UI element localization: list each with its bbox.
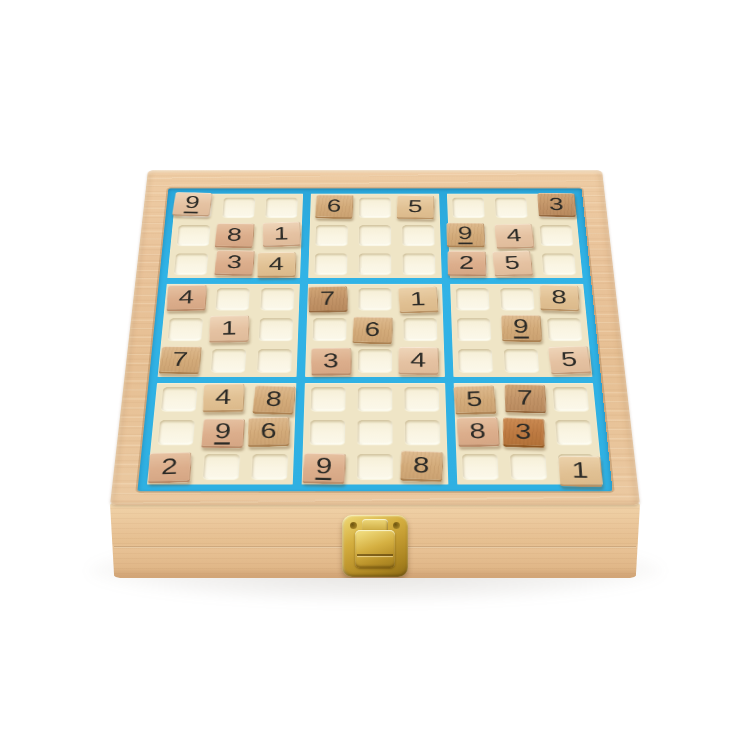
board-cell-r5c1[interactable]	[161, 314, 209, 345]
number-tile[interactable]: 1	[209, 315, 249, 343]
tile-number: 1	[572, 459, 590, 482]
board-cell-r3c1[interactable]	[167, 249, 214, 278]
number-tile[interactable]: 5	[453, 385, 497, 415]
brass-latch[interactable]	[342, 515, 408, 577]
product-photo: 98134653942541771634895489629857831	[0, 0, 750, 750]
tile-number: 8	[469, 420, 487, 442]
board-cell-r8c6[interactable]	[399, 416, 447, 450]
cell-recess	[176, 225, 210, 245]
tile-number: 2	[160, 456, 178, 479]
board-cell-r2c2[interactable]: 8	[214, 221, 259, 249]
board-cell-r9c4[interactable]: 9	[302, 450, 351, 485]
board-cell-r4c7[interactable]	[450, 284, 496, 314]
cell-recess	[358, 288, 391, 310]
cell-recess	[313, 318, 347, 340]
board-cell-r6c2[interactable]	[204, 345, 252, 377]
board-cell-r9c6[interactable]: 8	[399, 450, 448, 485]
cell-recess	[359, 225, 391, 245]
number-tile[interactable]: 3	[214, 250, 255, 276]
cell-recess	[167, 318, 202, 340]
board-cell-r1c9[interactable]: 3	[532, 194, 577, 221]
tile-number: 6	[364, 319, 380, 339]
board-box-3-2: 98	[302, 383, 448, 485]
tile-number: 9	[458, 224, 473, 244]
board-cell-r1c7[interactable]	[447, 194, 491, 221]
cell-recess	[315, 253, 348, 274]
board-cell-r3c7[interactable]: 2	[449, 249, 494, 278]
tile-number: 4	[268, 254, 283, 273]
board-cell-r2c1[interactable]	[170, 221, 216, 249]
cell-recess	[161, 387, 197, 411]
tile-number: 7	[517, 387, 534, 408]
tile-number: 1	[410, 289, 427, 308]
box-lid-top: 98134653942541771634895489629857831	[110, 170, 640, 505]
board-box-2-3: 895	[450, 284, 593, 377]
tile-number: 6	[260, 420, 276, 442]
board-cell-r2c4[interactable]	[309, 221, 353, 249]
cell-recess	[504, 349, 539, 372]
board-cell-r8c1[interactable]	[150, 416, 201, 450]
number-tile[interactable]: 8	[457, 417, 501, 447]
board-cell-r2c9[interactable]	[534, 221, 580, 249]
board-cell-r9c3[interactable]	[244, 450, 294, 485]
board-cell-r7c2[interactable]: 4	[201, 383, 250, 416]
number-tile[interactable]: 4	[166, 285, 207, 312]
number-tile[interactable]: 5	[548, 346, 592, 375]
tile-number: 6	[326, 197, 341, 215]
board-cell-r9c1[interactable]: 2	[147, 450, 198, 485]
board-cell-r4c9[interactable]: 8	[539, 284, 586, 314]
sudoku-board-grid: 98134653942541771634895489629857831	[147, 194, 603, 485]
number-tile[interactable]: 6	[248, 417, 290, 447]
board-cell-r8c8[interactable]: 3	[502, 416, 552, 450]
board-box-1-3: 39425	[447, 194, 583, 279]
board-cell-r6c6[interactable]: 4	[398, 345, 445, 377]
cell-recess	[457, 318, 491, 340]
number-tile[interactable]: 9	[501, 315, 542, 342]
board-cell-r2c7[interactable]: 9	[448, 221, 493, 249]
cell-recess	[203, 454, 240, 479]
board-cell-r9c7[interactable]	[456, 450, 506, 485]
board-cell-r3c5[interactable]	[353, 249, 397, 278]
board-cell-r7c9[interactable]	[546, 383, 596, 416]
number-tile[interactable]: 9	[447, 222, 486, 247]
box-front-panel	[110, 503, 640, 578]
cell-recess	[403, 253, 436, 274]
number-tile[interactable]: 4	[257, 252, 296, 278]
board-cell-r3c9[interactable]	[536, 249, 583, 278]
number-tile[interactable]: 9	[171, 192, 212, 217]
number-tile[interactable]: 7	[505, 384, 547, 413]
board-cell-r6c8[interactable]	[498, 345, 546, 377]
number-tile[interactable]: 9	[302, 453, 346, 484]
board-cell-r1c4[interactable]: 6	[310, 194, 353, 221]
board-cell-r2c8[interactable]: 4	[491, 221, 536, 249]
board-box-2-1: 417	[158, 284, 301, 377]
board-cell-r5c8[interactable]: 9	[496, 314, 543, 345]
board-cell-r1c3[interactable]	[259, 194, 303, 221]
number-tile[interactable]: 2	[147, 452, 191, 483]
tile-number: 4	[410, 350, 426, 370]
board-cell-r4c1[interactable]: 4	[164, 284, 211, 314]
sudoku-board-frame: 98134653942541771634895489629857831	[137, 188, 612, 491]
board-cell-r2c3[interactable]: 1	[258, 221, 303, 249]
tile-number: 8	[226, 225, 243, 243]
cell-recess	[257, 349, 292, 372]
board-cell-r4c8[interactable]	[494, 284, 541, 314]
number-tile[interactable]: 1	[398, 286, 439, 313]
cell-recess	[174, 253, 208, 274]
board-cell-r6c1[interactable]: 7	[158, 345, 207, 377]
board-cell-r4c2[interactable]	[209, 284, 256, 314]
cell-recess	[404, 318, 438, 340]
board-cell-r4c5[interactable]	[352, 284, 397, 314]
tile-number: 9	[213, 420, 231, 445]
board-cell-r1c8[interactable]	[489, 194, 534, 221]
tile-number: 9	[513, 316, 530, 338]
number-tile[interactable]: 3	[311, 348, 352, 376]
cell-recess	[260, 288, 294, 310]
tile-number: 2	[459, 253, 474, 272]
tile-number: 5	[504, 253, 521, 272]
tile-number: 5	[560, 349, 578, 370]
board-cell-r1c1[interactable]: 9	[173, 194, 218, 221]
tile-number: 8	[413, 454, 430, 477]
board-cell-r8c9[interactable]	[549, 416, 600, 450]
board-cell-r4c3[interactable]	[254, 284, 300, 314]
number-tile[interactable]: 3	[538, 193, 577, 217]
cell-recess	[405, 420, 440, 444]
cell-recess	[358, 387, 393, 411]
board-cell-r7c5[interactable]	[351, 383, 398, 416]
board-cell-r3c2[interactable]: 3	[212, 249, 258, 278]
number-tile[interactable]: 4	[202, 384, 244, 413]
number-tile[interactable]: 4	[398, 347, 439, 375]
cell-recess	[495, 197, 528, 217]
tile-number: 3	[226, 253, 243, 272]
tile-number: 1	[221, 318, 237, 338]
board-cell-r6c5[interactable]	[352, 345, 398, 377]
number-tile[interactable]: 6	[352, 317, 393, 345]
tile-number: 9	[183, 193, 200, 213]
tile-number: 8	[265, 388, 283, 409]
board-cell-r8c7[interactable]: 8	[454, 416, 503, 450]
board-cell-r5c7[interactable]	[451, 314, 498, 345]
cell-recess	[357, 420, 392, 444]
tile-number: 4	[215, 387, 232, 408]
cell-recess	[310, 420, 345, 444]
board-cell-r3c8[interactable]: 5	[492, 249, 538, 278]
board-cell-r6c4[interactable]: 3	[305, 345, 352, 377]
board-cell-r1c2[interactable]	[216, 194, 261, 221]
number-tile[interactable]: 8	[214, 223, 254, 248]
tile-number: 3	[549, 195, 565, 213]
screw-icon	[350, 522, 357, 529]
board-cell-r3c3[interactable]: 4	[256, 249, 301, 278]
tile-number: 3	[515, 421, 531, 443]
number-tile[interactable]: 3	[503, 418, 545, 449]
tile-number: 5	[466, 388, 484, 409]
board-cell-r8c3[interactable]: 6	[246, 416, 295, 450]
board-cell-r7c7[interactable]: 5	[453, 383, 501, 416]
board-box-3-3: 57831	[453, 383, 603, 485]
board-cell-r7c3[interactable]: 8	[248, 383, 296, 416]
cell-recess	[405, 387, 440, 411]
board-cell-r7c1[interactable]	[154, 383, 204, 416]
board-cell-r8c5[interactable]	[351, 416, 399, 450]
board-box-1-1: 98134	[167, 194, 303, 279]
cell-recess	[456, 288, 490, 310]
cell-recess	[452, 197, 484, 217]
board-cell-r5c6[interactable]	[398, 314, 444, 345]
cell-recess	[222, 197, 255, 217]
board-cell-r9c9[interactable]: 1	[552, 450, 603, 485]
cell-recess	[540, 225, 574, 245]
cell-recess	[157, 420, 194, 444]
cell-recess	[211, 349, 246, 372]
cell-recess	[542, 253, 576, 274]
board-cell-r9c8[interactable]	[504, 450, 555, 485]
number-tile[interactable]: 9	[201, 419, 245, 449]
cell-recess	[547, 318, 582, 340]
tile-number: 1	[274, 224, 289, 242]
cell-recess	[462, 454, 499, 479]
cell-recess	[500, 288, 534, 310]
tile-number: 9	[315, 455, 333, 481]
board-cell-r1c6[interactable]: 5	[396, 194, 439, 221]
board-box-2-2: 71634	[305, 284, 444, 377]
board-cell-r7c6[interactable]	[398, 383, 446, 416]
board-cell-r5c5[interactable]: 6	[352, 314, 398, 345]
board-box-3-1: 48962	[147, 383, 297, 485]
number-tile[interactable]: 8	[400, 451, 443, 483]
cell-recess	[556, 420, 593, 444]
board-cell-r1c5[interactable]	[353, 194, 396, 221]
board-cell-r2c6[interactable]	[397, 221, 441, 249]
board-cell-r8c2[interactable]: 9	[198, 416, 248, 450]
board-box-1-2: 65	[308, 194, 441, 279]
tile-number: 7	[320, 289, 336, 308]
cell-recess	[251, 454, 288, 479]
number-tile[interactable]: 4	[494, 223, 535, 248]
number-tile[interactable]: 1	[262, 222, 300, 248]
cell-recess	[510, 454, 547, 479]
board-cell-r5c3[interactable]	[252, 314, 299, 345]
board-cell-r6c9[interactable]: 5	[543, 345, 592, 377]
screw-icon	[393, 522, 400, 529]
number-tile[interactable]: 6	[315, 194, 354, 218]
tile-number: 4	[506, 226, 523, 244]
board-cell-r4c4[interactable]: 7	[307, 284, 352, 314]
tile-number: 3	[323, 350, 339, 370]
tile-number: 5	[408, 197, 423, 215]
board-cell-r7c4[interactable]	[304, 383, 352, 416]
board-cell-r6c3[interactable]	[250, 345, 298, 377]
cell-recess	[458, 349, 493, 372]
number-tile[interactable]: 5	[397, 195, 435, 220]
board-cell-r3c6[interactable]	[397, 249, 442, 278]
cell-recess	[359, 253, 391, 274]
tile-number: 7	[171, 349, 189, 369]
board-cell-r6c7[interactable]	[452, 345, 500, 377]
cell-recess	[311, 387, 346, 411]
board-cell-r7c8[interactable]: 7	[500, 383, 549, 416]
board-cell-r5c2[interactable]: 1	[207, 314, 254, 345]
board-cell-r9c2[interactable]	[196, 450, 247, 485]
cell-recess	[265, 197, 297, 217]
cell-recess	[553, 387, 589, 411]
number-tile[interactable]: 8	[252, 385, 296, 415]
cell-recess	[357, 454, 393, 479]
cell-recess	[358, 349, 392, 372]
number-tile[interactable]: 5	[492, 250, 534, 276]
cell-recess	[215, 288, 249, 310]
board-cell-r5c9[interactable]	[541, 314, 589, 345]
board-cell-r5c4[interactable]	[306, 314, 352, 345]
cell-recess	[402, 225, 434, 245]
number-tile[interactable]: 1	[559, 456, 603, 487]
latch-plate	[355, 530, 395, 568]
cell-recess	[359, 197, 391, 217]
number-tile[interactable]: 7	[308, 286, 348, 313]
board-cell-r2c5[interactable]	[353, 221, 397, 249]
board-cell-r3c4[interactable]	[308, 249, 353, 278]
number-tile[interactable]: 7	[158, 346, 202, 374]
number-tile[interactable]: 8	[540, 284, 580, 311]
tile-number: 8	[552, 287, 568, 306]
number-tile[interactable]: 2	[448, 251, 487, 277]
board-cell-r8c4[interactable]	[303, 416, 351, 450]
board-cell-r4c6[interactable]: 1	[397, 284, 442, 314]
cell-recess	[315, 225, 347, 245]
cell-recess	[259, 318, 293, 340]
board-cell-r9c5[interactable]	[351, 450, 400, 485]
tile-number: 4	[178, 287, 194, 306]
